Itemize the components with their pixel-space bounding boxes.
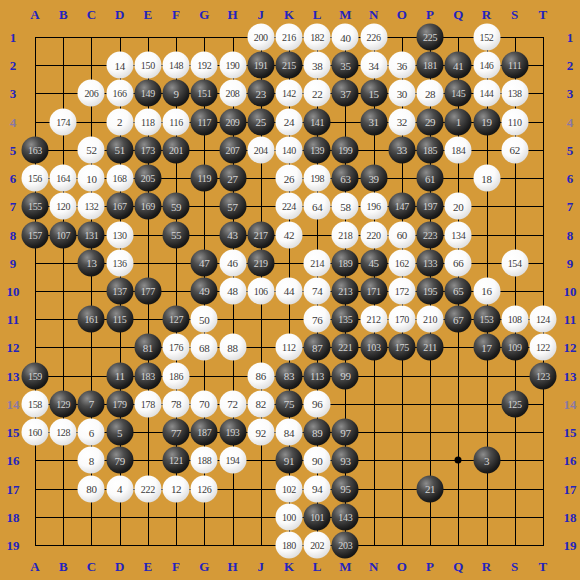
stone-P3: 28 xyxy=(417,80,444,107)
stone-K1: 216 xyxy=(275,24,302,51)
stone-O3: 30 xyxy=(388,80,415,107)
col-label-top-B: B xyxy=(59,8,68,21)
col-label-bottom-M: M xyxy=(339,560,351,573)
stone-B7: 120 xyxy=(50,193,77,220)
col-label-top-T: T xyxy=(539,8,548,21)
stone-L2: 38 xyxy=(304,52,331,79)
stone-F12: 176 xyxy=(163,334,190,361)
stone-S2: 111 xyxy=(501,52,528,79)
stone-D9: 136 xyxy=(106,249,133,276)
row-label-left-2: 2 xyxy=(10,59,17,72)
row-label-right-17: 17 xyxy=(564,482,577,495)
stone-L9: 214 xyxy=(304,249,331,276)
stone-K2: 215 xyxy=(275,52,302,79)
row-label-right-19: 19 xyxy=(564,538,577,551)
stone-J8: 217 xyxy=(247,221,274,248)
stone-O2: 36 xyxy=(388,52,415,79)
stone-A7: 155 xyxy=(22,193,49,220)
stone-L16: 90 xyxy=(304,447,331,474)
stone-P4: 29 xyxy=(417,108,444,135)
row-label-right-14: 14 xyxy=(564,397,577,410)
stone-E13: 183 xyxy=(134,362,161,389)
stone-M10: 213 xyxy=(332,277,359,304)
stone-M7: 58 xyxy=(332,193,359,220)
stone-F11: 127 xyxy=(163,306,190,333)
stone-Q2: 41 xyxy=(445,52,472,79)
col-label-bottom-N: N xyxy=(369,560,378,573)
col-label-bottom-D: D xyxy=(115,560,124,573)
stone-H16: 194 xyxy=(219,447,246,474)
stone-L5: 139 xyxy=(304,136,331,163)
stone-L14: 96 xyxy=(304,390,331,417)
stone-F2: 148 xyxy=(163,52,190,79)
stone-M3: 37 xyxy=(332,80,359,107)
stone-M15: 97 xyxy=(332,419,359,446)
stone-K5: 140 xyxy=(275,136,302,163)
stone-T11: 124 xyxy=(529,306,556,333)
col-label-top-G: G xyxy=(199,8,209,21)
stone-C17: 80 xyxy=(78,475,105,502)
stone-K14: 75 xyxy=(275,390,302,417)
stone-D11: 115 xyxy=(106,306,133,333)
stone-Q4: 1 xyxy=(445,108,472,135)
stone-R4: 19 xyxy=(473,108,500,135)
col-label-bottom-S: S xyxy=(511,560,518,573)
col-label-top-K: K xyxy=(284,8,294,21)
stone-F17: 12 xyxy=(163,475,190,502)
stone-L19: 202 xyxy=(304,531,331,558)
stone-K10: 44 xyxy=(275,277,302,304)
stone-S12: 109 xyxy=(501,334,528,361)
stone-C11: 161 xyxy=(78,306,105,333)
row-label-right-9: 9 xyxy=(567,256,574,269)
stone-C6: 10 xyxy=(78,165,105,192)
stone-H10: 48 xyxy=(219,277,246,304)
col-label-bottom-G: G xyxy=(199,560,209,573)
stone-F8: 55 xyxy=(163,221,190,248)
stone-F15: 77 xyxy=(163,419,190,446)
stone-E14: 178 xyxy=(134,390,161,417)
stone-B8: 107 xyxy=(50,221,77,248)
stone-Q8: 134 xyxy=(445,221,472,248)
stone-K15: 84 xyxy=(275,419,302,446)
row-label-right-3: 3 xyxy=(567,87,574,100)
stone-G4: 117 xyxy=(191,108,218,135)
col-label-top-E: E xyxy=(144,8,153,21)
stone-L4: 141 xyxy=(304,108,331,135)
stone-C8: 131 xyxy=(78,221,105,248)
stone-O4: 32 xyxy=(388,108,415,135)
stone-D15: 5 xyxy=(106,419,133,446)
stone-H7: 57 xyxy=(219,193,246,220)
row-label-left-9: 9 xyxy=(10,256,17,269)
row-label-right-5: 5 xyxy=(567,143,574,156)
stone-J1: 200 xyxy=(247,24,274,51)
stone-Q7: 20 xyxy=(445,193,472,220)
stone-P12: 211 xyxy=(417,334,444,361)
stone-N4: 31 xyxy=(360,108,387,135)
row-label-left-3: 3 xyxy=(10,87,17,100)
stone-G2: 192 xyxy=(191,52,218,79)
col-label-bottom-L: L xyxy=(313,560,322,573)
stone-O12: 175 xyxy=(388,334,415,361)
stone-E4: 118 xyxy=(134,108,161,135)
col-label-top-L: L xyxy=(313,8,322,21)
stone-O8: 60 xyxy=(388,221,415,248)
stone-L13: 113 xyxy=(304,362,331,389)
stone-K13: 83 xyxy=(275,362,302,389)
stone-E5: 173 xyxy=(134,136,161,163)
stone-A6: 156 xyxy=(22,165,49,192)
stone-D14: 179 xyxy=(106,390,133,417)
col-label-top-C: C xyxy=(87,8,96,21)
stone-M16: 93 xyxy=(332,447,359,474)
stone-O10: 172 xyxy=(388,277,415,304)
go-board[interactable]: AA11BB22CC33DD44EE55FF66GG77HH88JJ99KK10… xyxy=(0,0,580,580)
stone-D2: 14 xyxy=(106,52,133,79)
stone-P8: 223 xyxy=(417,221,444,248)
stone-M8: 218 xyxy=(332,221,359,248)
stone-G15: 187 xyxy=(191,419,218,446)
col-label-top-P: P xyxy=(426,8,434,21)
stone-F7: 59 xyxy=(163,193,190,220)
col-label-top-A: A xyxy=(30,8,39,21)
col-label-bottom-E: E xyxy=(144,560,153,573)
row-label-right-11: 11 xyxy=(564,313,576,326)
row-label-right-10: 10 xyxy=(564,284,577,297)
stone-H9: 46 xyxy=(219,249,246,276)
row-label-left-17: 17 xyxy=(7,482,20,495)
col-label-top-O: O xyxy=(397,8,407,21)
stone-K16: 91 xyxy=(275,447,302,474)
stone-M18: 143 xyxy=(332,503,359,530)
stone-E10: 177 xyxy=(134,277,161,304)
row-label-right-15: 15 xyxy=(564,426,577,439)
stone-K19: 180 xyxy=(275,531,302,558)
stone-Q3: 145 xyxy=(445,80,472,107)
stone-L15: 89 xyxy=(304,419,331,446)
row-label-left-14: 14 xyxy=(7,397,20,410)
stone-M6: 63 xyxy=(332,165,359,192)
stone-C16: 8 xyxy=(78,447,105,474)
row-label-right-18: 18 xyxy=(564,510,577,523)
row-label-right-12: 12 xyxy=(564,341,577,354)
stone-R12: 17 xyxy=(473,334,500,361)
stone-P2: 181 xyxy=(417,52,444,79)
stone-P7: 197 xyxy=(417,193,444,220)
stone-K8: 42 xyxy=(275,221,302,248)
stone-K4: 24 xyxy=(275,108,302,135)
stone-P11: 210 xyxy=(417,306,444,333)
col-label-top-Q: Q xyxy=(453,8,463,21)
col-label-bottom-C: C xyxy=(87,560,96,573)
stone-R1: 152 xyxy=(473,24,500,51)
stone-R11: 153 xyxy=(473,306,500,333)
stone-H3: 208 xyxy=(219,80,246,107)
stone-H6: 27 xyxy=(219,165,246,192)
stone-C9: 13 xyxy=(78,249,105,276)
row-label-right-4: 4 xyxy=(567,115,574,128)
row-label-left-15: 15 xyxy=(7,426,20,439)
row-label-right-6: 6 xyxy=(567,172,574,185)
col-label-top-H: H xyxy=(227,8,237,21)
stone-L11: 76 xyxy=(304,306,331,333)
row-label-right-1: 1 xyxy=(567,31,574,44)
col-label-bottom-K: K xyxy=(284,560,294,573)
stone-D5: 51 xyxy=(106,136,133,163)
stone-D4: 2 xyxy=(106,108,133,135)
stone-H14: 72 xyxy=(219,390,246,417)
row-label-left-19: 19 xyxy=(7,538,20,551)
stone-E6: 205 xyxy=(134,165,161,192)
stone-S4: 110 xyxy=(501,108,528,135)
stone-A8: 157 xyxy=(22,221,49,248)
stone-J15: 92 xyxy=(247,419,274,446)
stone-L18: 101 xyxy=(304,503,331,530)
col-label-bottom-T: T xyxy=(539,560,548,573)
stone-A13: 159 xyxy=(22,362,49,389)
stone-D13: 11 xyxy=(106,362,133,389)
row-label-right-16: 16 xyxy=(564,454,577,467)
stone-P10: 195 xyxy=(417,277,444,304)
stone-O9: 162 xyxy=(388,249,415,276)
stone-K12: 112 xyxy=(275,334,302,361)
col-label-bottom-H: H xyxy=(227,560,237,573)
col-label-bottom-R: R xyxy=(482,560,491,573)
stone-L6: 198 xyxy=(304,165,331,192)
col-label-bottom-A: A xyxy=(30,560,39,573)
stone-H12: 88 xyxy=(219,334,246,361)
stone-J9: 219 xyxy=(247,249,274,276)
stone-M9: 189 xyxy=(332,249,359,276)
stone-S11: 108 xyxy=(501,306,528,333)
stone-D8: 130 xyxy=(106,221,133,248)
stone-M12: 221 xyxy=(332,334,359,361)
col-label-top-M: M xyxy=(339,8,351,21)
stone-H2: 190 xyxy=(219,52,246,79)
stone-D10: 137 xyxy=(106,277,133,304)
stone-N7: 196 xyxy=(360,193,387,220)
stone-L3: 22 xyxy=(304,80,331,107)
row-label-left-4: 4 xyxy=(10,115,17,128)
stone-T12: 122 xyxy=(529,334,556,361)
row-label-right-7: 7 xyxy=(567,200,574,213)
stone-J5: 204 xyxy=(247,136,274,163)
col-label-top-J: J xyxy=(258,8,265,21)
col-label-top-F: F xyxy=(172,8,180,21)
stone-N12: 103 xyxy=(360,334,387,361)
stone-R3: 144 xyxy=(473,80,500,107)
stone-O7: 147 xyxy=(388,193,415,220)
stone-M2: 35 xyxy=(332,52,359,79)
col-label-bottom-B: B xyxy=(59,560,68,573)
stone-A15: 160 xyxy=(22,419,49,446)
stone-F16: 121 xyxy=(163,447,190,474)
stone-H4: 209 xyxy=(219,108,246,135)
stone-C14: 7 xyxy=(78,390,105,417)
stone-R16: 3 xyxy=(473,447,500,474)
stone-M17: 95 xyxy=(332,475,359,502)
stone-G9: 47 xyxy=(191,249,218,276)
grid-line-vertical xyxy=(543,37,544,546)
col-label-top-R: R xyxy=(482,8,491,21)
stone-J10: 106 xyxy=(247,277,274,304)
row-label-left-13: 13 xyxy=(7,369,20,382)
row-label-left-18: 18 xyxy=(7,510,20,523)
stone-M11: 135 xyxy=(332,306,359,333)
row-label-left-1: 1 xyxy=(10,31,17,44)
col-label-bottom-F: F xyxy=(172,560,180,573)
stone-E2: 150 xyxy=(134,52,161,79)
col-label-top-D: D xyxy=(115,8,124,21)
stone-D7: 167 xyxy=(106,193,133,220)
stone-B15: 128 xyxy=(50,419,77,446)
stone-K7: 224 xyxy=(275,193,302,220)
stone-S9: 154 xyxy=(501,249,528,276)
stone-G3: 151 xyxy=(191,80,218,107)
stone-C5: 52 xyxy=(78,136,105,163)
stone-G16: 188 xyxy=(191,447,218,474)
stone-J3: 23 xyxy=(247,80,274,107)
stone-J14: 82 xyxy=(247,390,274,417)
stone-G14: 70 xyxy=(191,390,218,417)
col-label-top-S: S xyxy=(511,8,518,21)
stone-H15: 193 xyxy=(219,419,246,446)
stone-T13: 123 xyxy=(529,362,556,389)
stone-S14: 125 xyxy=(501,390,528,417)
col-label-bottom-J: J xyxy=(258,560,265,573)
stone-G10: 49 xyxy=(191,277,218,304)
stone-N10: 171 xyxy=(360,277,387,304)
stone-L12: 87 xyxy=(304,334,331,361)
stone-L10: 74 xyxy=(304,277,331,304)
col-label-top-N: N xyxy=(369,8,378,21)
stone-K17: 102 xyxy=(275,475,302,502)
stone-J2: 191 xyxy=(247,52,274,79)
row-label-left-10: 10 xyxy=(7,284,20,297)
row-label-left-11: 11 xyxy=(7,313,19,326)
stone-N9: 45 xyxy=(360,249,387,276)
stone-G11: 50 xyxy=(191,306,218,333)
stone-R2: 146 xyxy=(473,52,500,79)
stone-F13: 186 xyxy=(163,362,190,389)
stone-S5: 62 xyxy=(501,136,528,163)
stone-B14: 129 xyxy=(50,390,77,417)
stone-L1: 182 xyxy=(304,24,331,51)
stone-F14: 78 xyxy=(163,390,190,417)
stone-O11: 170 xyxy=(388,306,415,333)
stone-M1: 40 xyxy=(332,24,359,51)
row-label-left-8: 8 xyxy=(10,228,17,241)
col-label-bottom-P: P xyxy=(426,560,434,573)
stone-D6: 168 xyxy=(106,165,133,192)
stone-O5: 33 xyxy=(388,136,415,163)
stone-N2: 34 xyxy=(360,52,387,79)
stone-G6: 119 xyxy=(191,165,218,192)
stone-L7: 64 xyxy=(304,193,331,220)
stone-H8: 43 xyxy=(219,221,246,248)
row-label-left-16: 16 xyxy=(7,454,20,467)
stone-M5: 199 xyxy=(332,136,359,163)
stone-R10: 16 xyxy=(473,277,500,304)
row-label-right-13: 13 xyxy=(564,369,577,382)
stone-E7: 169 xyxy=(134,193,161,220)
stone-R6: 18 xyxy=(473,165,500,192)
stone-A5: 163 xyxy=(22,136,49,163)
stone-E3: 149 xyxy=(134,80,161,107)
stone-K3: 142 xyxy=(275,80,302,107)
stone-Q5: 184 xyxy=(445,136,472,163)
stone-A14: 158 xyxy=(22,390,49,417)
stone-H5: 207 xyxy=(219,136,246,163)
stone-S3: 138 xyxy=(501,80,528,107)
stone-G12: 68 xyxy=(191,334,218,361)
stone-K18: 100 xyxy=(275,503,302,530)
stone-P17: 21 xyxy=(417,475,444,502)
stone-F5: 201 xyxy=(163,136,190,163)
stone-M19: 203 xyxy=(332,531,359,558)
stone-C7: 132 xyxy=(78,193,105,220)
stone-P1: 225 xyxy=(417,24,444,51)
stone-K6: 26 xyxy=(275,165,302,192)
stone-P5: 185 xyxy=(417,136,444,163)
row-label-left-6: 6 xyxy=(10,172,17,185)
col-label-bottom-Q: Q xyxy=(453,560,463,573)
stone-E12: 81 xyxy=(134,334,161,361)
star-point-Q16 xyxy=(455,457,462,464)
stone-D17: 4 xyxy=(106,475,133,502)
stone-N6: 39 xyxy=(360,165,387,192)
row-label-right-2: 2 xyxy=(567,59,574,72)
stone-Q11: 67 xyxy=(445,306,472,333)
stone-F4: 116 xyxy=(163,108,190,135)
stone-P9: 133 xyxy=(417,249,444,276)
stone-L17: 94 xyxy=(304,475,331,502)
stone-M13: 99 xyxy=(332,362,359,389)
stone-B4: 174 xyxy=(50,108,77,135)
row-label-right-8: 8 xyxy=(567,228,574,241)
stone-D16: 79 xyxy=(106,447,133,474)
stone-B6: 164 xyxy=(50,165,77,192)
stone-Q10: 65 xyxy=(445,277,472,304)
stone-D3: 166 xyxy=(106,80,133,107)
row-label-left-7: 7 xyxy=(10,200,17,213)
stone-N3: 15 xyxy=(360,80,387,107)
stone-N8: 220 xyxy=(360,221,387,248)
col-label-bottom-O: O xyxy=(397,560,407,573)
stone-Q9: 66 xyxy=(445,249,472,276)
stone-C3: 206 xyxy=(78,80,105,107)
stone-N11: 212 xyxy=(360,306,387,333)
stone-J13: 86 xyxy=(247,362,274,389)
stone-C15: 6 xyxy=(78,419,105,446)
stone-N1: 226 xyxy=(360,24,387,51)
stone-G17: 126 xyxy=(191,475,218,502)
stone-P6: 61 xyxy=(417,165,444,192)
stone-J4: 25 xyxy=(247,108,274,135)
row-label-left-5: 5 xyxy=(10,143,17,156)
row-label-left-12: 12 xyxy=(7,341,20,354)
stone-F3: 9 xyxy=(163,80,190,107)
stone-E17: 222 xyxy=(134,475,161,502)
